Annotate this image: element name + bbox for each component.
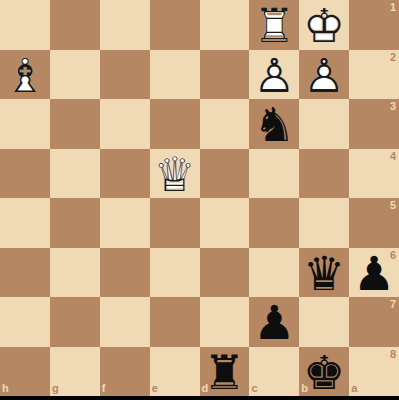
square-f7[interactable] bbox=[100, 297, 150, 347]
square-h6[interactable] bbox=[0, 248, 50, 298]
square-c1[interactable]: ♜♖ bbox=[249, 0, 299, 50]
square-f4[interactable] bbox=[100, 149, 150, 199]
square-h4[interactable] bbox=[0, 149, 50, 199]
square-h2[interactable]: ♝♗ bbox=[0, 50, 50, 100]
square-d2[interactable] bbox=[200, 50, 250, 100]
square-g7[interactable] bbox=[50, 297, 100, 347]
square-d4[interactable] bbox=[200, 149, 250, 199]
black-piece-glyph: ♛ bbox=[303, 250, 345, 297]
square-e3[interactable] bbox=[150, 99, 200, 149]
square-g1[interactable] bbox=[50, 0, 100, 50]
piece-white-pawn[interactable]: ♟︎♙ bbox=[249, 51, 299, 101]
square-b7[interactable] bbox=[299, 297, 349, 347]
square-c4[interactable] bbox=[249, 149, 299, 199]
black-piece-glyph: ♞ bbox=[253, 101, 295, 148]
square-a2[interactable]: 2 bbox=[349, 50, 399, 100]
square-c7[interactable]: ♟︎ bbox=[249, 297, 299, 347]
square-c6[interactable] bbox=[249, 248, 299, 298]
square-d1[interactable] bbox=[200, 0, 250, 50]
chess-board: ♜♖♚♔1♝♗♟︎♙♟︎♙2♞3♛♕45♛♟︎6♟︎7hgfe♜dc♚b8a bbox=[0, 0, 399, 396]
rank-label-7: 7 bbox=[390, 298, 396, 310]
black-piece-glyph: ♚ bbox=[303, 349, 345, 396]
rank-label-8: 8 bbox=[390, 348, 396, 360]
white-piece-outline-layer: ♗ bbox=[4, 52, 46, 99]
rank-label-6: 6 bbox=[390, 249, 396, 261]
square-g6[interactable] bbox=[50, 248, 100, 298]
square-f6[interactable] bbox=[100, 248, 150, 298]
black-piece-glyph: ♟︎ bbox=[353, 250, 395, 297]
white-piece-outline-layer: ♙ bbox=[253, 52, 295, 99]
black-piece-glyph: ♜ bbox=[203, 349, 245, 396]
piece-black-knight[interactable]: ♞ bbox=[249, 100, 299, 150]
white-piece-outline-layer: ♔ bbox=[303, 2, 345, 49]
square-d3[interactable] bbox=[200, 99, 250, 149]
white-piece-outline-layer: ♕ bbox=[153, 151, 195, 198]
square-c3[interactable]: ♞ bbox=[249, 99, 299, 149]
square-g8[interactable]: g bbox=[50, 347, 100, 397]
square-b8[interactable]: ♚b bbox=[299, 347, 349, 397]
square-h8[interactable]: h bbox=[0, 347, 50, 397]
square-a5[interactable]: 5 bbox=[349, 198, 399, 248]
square-e7[interactable] bbox=[150, 297, 200, 347]
square-b4[interactable] bbox=[299, 149, 349, 199]
square-f5[interactable] bbox=[100, 198, 150, 248]
piece-white-rook[interactable]: ♜♖ bbox=[249, 1, 299, 51]
square-b6[interactable]: ♛ bbox=[299, 248, 349, 298]
rank-label-4: 4 bbox=[390, 150, 396, 162]
square-g4[interactable] bbox=[50, 149, 100, 199]
square-d8[interactable]: ♜d bbox=[200, 347, 250, 397]
black-piece-glyph: ♟︎ bbox=[253, 299, 295, 346]
square-h5[interactable] bbox=[0, 198, 50, 248]
square-a1[interactable]: 1 bbox=[349, 0, 399, 50]
piece-black-pawn[interactable]: ♟︎ bbox=[249, 298, 299, 348]
square-d7[interactable] bbox=[200, 297, 250, 347]
square-f8[interactable]: f bbox=[100, 347, 150, 397]
square-e1[interactable] bbox=[150, 0, 200, 50]
square-d5[interactable] bbox=[200, 198, 250, 248]
square-e2[interactable] bbox=[150, 50, 200, 100]
rank-label-2: 2 bbox=[390, 51, 396, 63]
file-label-f: f bbox=[102, 382, 106, 394]
file-label-e: e bbox=[152, 382, 158, 394]
rank-label-1: 1 bbox=[390, 1, 396, 13]
square-c8[interactable]: c bbox=[249, 347, 299, 397]
square-b5[interactable] bbox=[299, 198, 349, 248]
white-piece-outline-layer: ♙ bbox=[303, 52, 345, 99]
square-e4[interactable]: ♛♕ bbox=[150, 149, 200, 199]
piece-white-pawn[interactable]: ♟︎♙ bbox=[299, 51, 349, 101]
piece-black-queen[interactable]: ♛ bbox=[299, 249, 349, 299]
square-g2[interactable] bbox=[50, 50, 100, 100]
square-a8[interactable]: 8a bbox=[349, 347, 399, 397]
square-f3[interactable] bbox=[100, 99, 150, 149]
square-h3[interactable] bbox=[0, 99, 50, 149]
square-d6[interactable] bbox=[200, 248, 250, 298]
square-e8[interactable]: e bbox=[150, 347, 200, 397]
file-label-c: c bbox=[251, 382, 257, 394]
file-label-b: b bbox=[301, 382, 308, 394]
square-f1[interactable] bbox=[100, 0, 150, 50]
file-label-d: d bbox=[202, 382, 209, 394]
square-a4[interactable]: 4 bbox=[349, 149, 399, 199]
square-b2[interactable]: ♟︎♙ bbox=[299, 50, 349, 100]
square-g5[interactable] bbox=[50, 198, 100, 248]
file-label-a: a bbox=[351, 382, 357, 394]
square-e6[interactable] bbox=[150, 248, 200, 298]
square-c5[interactable] bbox=[249, 198, 299, 248]
square-a3[interactable]: 3 bbox=[349, 99, 399, 149]
piece-white-bishop[interactable]: ♝♗ bbox=[0, 51, 50, 101]
square-b3[interactable] bbox=[299, 99, 349, 149]
file-label-h: h bbox=[2, 382, 9, 394]
piece-white-queen[interactable]: ♛♕ bbox=[150, 150, 200, 200]
square-h1[interactable] bbox=[0, 0, 50, 50]
rank-label-3: 3 bbox=[390, 100, 396, 112]
square-f2[interactable] bbox=[100, 50, 150, 100]
square-h7[interactable] bbox=[0, 297, 50, 347]
square-a7[interactable]: 7 bbox=[349, 297, 399, 347]
square-g3[interactable] bbox=[50, 99, 100, 149]
square-c2[interactable]: ♟︎♙ bbox=[249, 50, 299, 100]
file-label-g: g bbox=[52, 382, 59, 394]
rank-label-5: 5 bbox=[390, 199, 396, 211]
square-e5[interactable] bbox=[150, 198, 200, 248]
square-a6[interactable]: ♟︎6 bbox=[349, 248, 399, 298]
square-b1[interactable]: ♚♔ bbox=[299, 0, 349, 50]
white-piece-outline-layer: ♖ bbox=[253, 2, 295, 49]
piece-white-king[interactable]: ♚♔ bbox=[299, 1, 349, 51]
